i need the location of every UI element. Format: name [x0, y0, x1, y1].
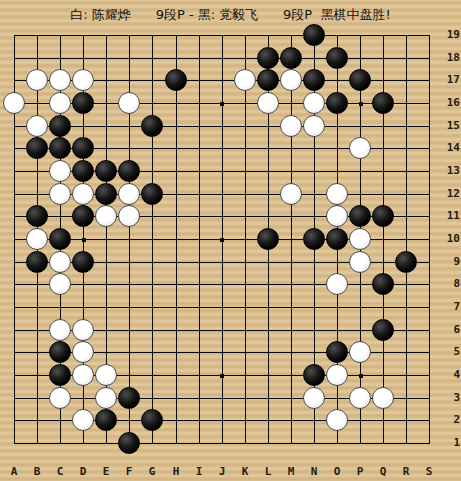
grid-line-horizontal [14, 443, 430, 444]
black-stone [165, 69, 187, 91]
column-label: F [121, 465, 137, 478]
column-label: M [283, 465, 299, 478]
black-stone [303, 364, 325, 386]
white-stone [326, 205, 348, 227]
white-stone [72, 183, 94, 205]
star-point [359, 102, 363, 106]
black-stone [26, 205, 48, 227]
black-stone [303, 228, 325, 250]
black-stone [257, 47, 279, 69]
row-label: 18 [436, 51, 460, 65]
black-stone [372, 205, 394, 227]
white-stone [280, 115, 302, 137]
row-label: 19 [436, 28, 460, 42]
grid-line-horizontal [14, 126, 430, 127]
black-stone [72, 205, 94, 227]
column-label: E [98, 465, 114, 478]
white-stone [349, 228, 371, 250]
white-stone [326, 364, 348, 386]
go-board[interactable]: ABCDEFGHIJKLMNOPQRS191817161514131211109… [0, 0, 461, 481]
column-label: O [329, 465, 345, 478]
row-label: 11 [436, 209, 460, 223]
row-label: 13 [436, 164, 460, 178]
white-stone [26, 228, 48, 250]
black-stone [372, 92, 394, 114]
black-stone [303, 69, 325, 91]
row-label: 16 [436, 96, 460, 110]
black-stone [326, 47, 348, 69]
star-point [220, 374, 224, 378]
column-label: Q [375, 465, 391, 478]
black-stone [49, 137, 71, 159]
white-stone [95, 387, 117, 409]
white-stone [234, 69, 256, 91]
white-stone [49, 183, 71, 205]
row-label: 7 [436, 300, 460, 314]
black-stone [72, 160, 94, 182]
star-point [82, 238, 86, 242]
column-label: D [75, 465, 91, 478]
black-stone [349, 205, 371, 227]
column-label: R [398, 465, 414, 478]
row-label: 9 [436, 255, 460, 269]
column-label: K [237, 465, 253, 478]
black-stone [395, 251, 417, 273]
black-stone [72, 251, 94, 273]
white-stone [326, 183, 348, 205]
black-stone [372, 273, 394, 295]
black-stone [280, 47, 302, 69]
star-point [220, 102, 224, 106]
white-stone [49, 92, 71, 114]
black-stone [303, 24, 325, 46]
black-stone [326, 228, 348, 250]
white-stone [303, 387, 325, 409]
column-label: H [168, 465, 184, 478]
white-stone [326, 273, 348, 295]
white-stone [303, 92, 325, 114]
grid-line-horizontal [14, 284, 430, 285]
star-point [220, 238, 224, 242]
black-stone [49, 115, 71, 137]
black-stone [72, 92, 94, 114]
white-stone [118, 205, 140, 227]
black-stone [349, 69, 371, 91]
black-stone [141, 409, 163, 431]
black-stone [326, 341, 348, 363]
black-stone [49, 364, 71, 386]
black-stone [26, 251, 48, 273]
black-stone [72, 137, 94, 159]
row-label: 15 [436, 119, 460, 133]
white-stone [72, 319, 94, 341]
white-stone [303, 115, 325, 137]
black-stone [49, 228, 71, 250]
row-label: 17 [436, 73, 460, 87]
white-stone [349, 251, 371, 273]
white-stone [349, 387, 371, 409]
white-stone [349, 341, 371, 363]
row-label: 4 [436, 368, 460, 382]
white-stone [49, 387, 71, 409]
go-board-viewer: 白: 陈耀烨 9段P - 黑: 党毅飞 9段P 黑棋中盘胜! ABCDEFGHI… [0, 0, 461, 481]
white-stone [95, 364, 117, 386]
black-stone [95, 160, 117, 182]
column-label: N [306, 465, 322, 478]
row-label: 2 [436, 413, 460, 427]
white-stone [49, 251, 71, 273]
row-label: 10 [436, 232, 460, 246]
black-stone [49, 341, 71, 363]
column-label: B [29, 465, 45, 478]
white-stone [72, 341, 94, 363]
black-stone [118, 387, 140, 409]
black-stone [257, 228, 279, 250]
white-stone [326, 409, 348, 431]
column-label: P [352, 465, 368, 478]
black-stone [95, 409, 117, 431]
white-stone [49, 273, 71, 295]
row-label: 3 [436, 391, 460, 405]
row-label: 14 [436, 141, 460, 155]
column-label: I [191, 465, 207, 478]
white-stone [372, 387, 394, 409]
row-label: 12 [436, 187, 460, 201]
black-stone [118, 432, 140, 454]
white-stone [118, 92, 140, 114]
white-stone [26, 69, 48, 91]
white-stone [72, 69, 94, 91]
white-stone [49, 319, 71, 341]
column-label: C [52, 465, 68, 478]
grid-line-horizontal [14, 35, 430, 36]
row-label: 8 [436, 277, 460, 291]
grid-line-horizontal [14, 58, 430, 59]
row-label: 1 [436, 436, 460, 450]
white-stone [49, 69, 71, 91]
white-stone [257, 92, 279, 114]
black-stone [95, 183, 117, 205]
star-point [359, 374, 363, 378]
white-stone [3, 92, 25, 114]
white-stone [26, 115, 48, 137]
column-label: J [214, 465, 230, 478]
white-stone [118, 183, 140, 205]
column-label: L [260, 465, 276, 478]
white-stone [280, 183, 302, 205]
white-stone [72, 409, 94, 431]
white-stone [280, 69, 302, 91]
white-stone [49, 160, 71, 182]
black-stone [118, 160, 140, 182]
white-stone [72, 364, 94, 386]
row-label: 6 [436, 323, 460, 337]
black-stone [372, 319, 394, 341]
column-label: G [144, 465, 160, 478]
black-stone [141, 115, 163, 137]
column-label: S [421, 465, 437, 478]
black-stone [326, 92, 348, 114]
black-stone [26, 137, 48, 159]
grid-line-horizontal [14, 307, 430, 308]
column-label: A [6, 465, 22, 478]
black-stone [257, 69, 279, 91]
row-label: 5 [436, 345, 460, 359]
white-stone [95, 205, 117, 227]
black-stone [141, 183, 163, 205]
white-stone [349, 137, 371, 159]
